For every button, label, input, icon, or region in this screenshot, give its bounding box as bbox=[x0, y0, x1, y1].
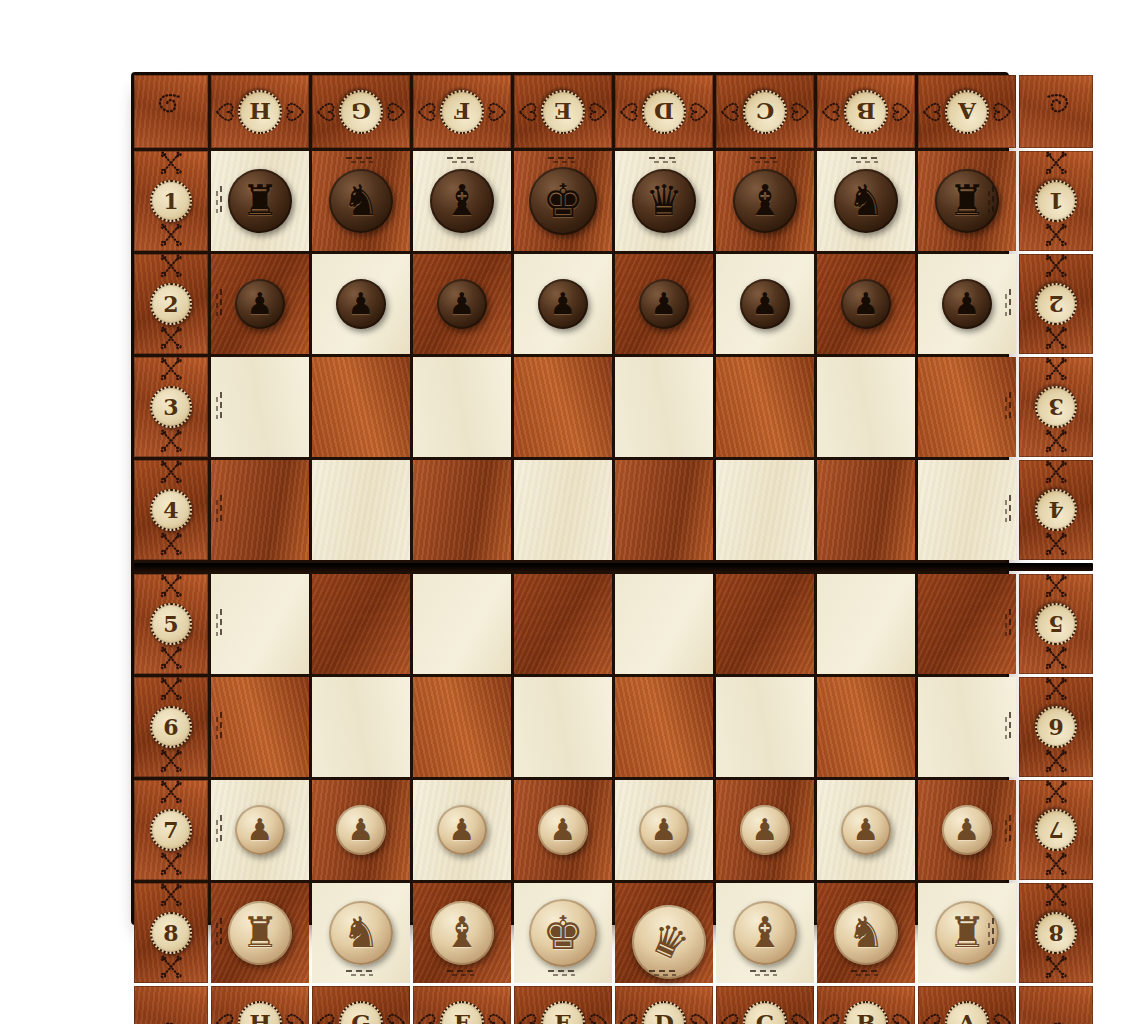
x-scroll-icon bbox=[1044, 460, 1068, 488]
x-scroll-motif bbox=[1044, 646, 1068, 670]
piece-dark-pawn[interactable]: ♟ bbox=[235, 279, 285, 329]
x-scroll-icon bbox=[159, 460, 183, 488]
x-scroll-motif bbox=[159, 460, 183, 484]
file-disc-top-f: F bbox=[440, 90, 484, 134]
x-scroll-motif bbox=[1044, 677, 1068, 701]
x-scroll-motif bbox=[159, 326, 183, 350]
heart-scroll-icon bbox=[413, 99, 439, 125]
heart-scroll-icon bbox=[889, 1010, 915, 1024]
file-disc-top-b: B bbox=[844, 90, 888, 134]
square-h3[interactable] bbox=[211, 357, 309, 457]
corner-curl-icon bbox=[1035, 1000, 1077, 1024]
piece-light-knight[interactable]: ♞ bbox=[834, 901, 898, 965]
rank-disc-left-1: 1 bbox=[150, 180, 192, 222]
square-e2[interactable]: ♟ bbox=[514, 254, 612, 354]
square-h1[interactable]: ♜ bbox=[211, 151, 309, 251]
square-b1[interactable]: ♞ bbox=[817, 151, 915, 251]
square-d1[interactable]: ♛ bbox=[615, 151, 713, 251]
x-scroll-motif bbox=[1044, 326, 1068, 350]
piece-dark-bishop[interactable]: ♝ bbox=[733, 169, 797, 233]
file-disc-bottom-b: B bbox=[844, 1001, 888, 1024]
square-b2[interactable]: ♟ bbox=[817, 254, 915, 354]
square-h8[interactable]: ♜ bbox=[211, 883, 309, 983]
board-hinge-seam bbox=[134, 563, 1093, 571]
rank-disc-left-8: 8 bbox=[150, 912, 192, 954]
square-c1[interactable]: ♝ bbox=[716, 151, 814, 251]
heart-scroll-motif bbox=[485, 99, 507, 125]
x-scroll-motif bbox=[1044, 955, 1068, 979]
piece-dark-queen[interactable]: ♛ bbox=[632, 169, 696, 233]
rank-label-right-4: 4 bbox=[1019, 460, 1093, 560]
heart-scroll-icon bbox=[716, 1010, 742, 1024]
rank-disc-left-5: 5 bbox=[150, 603, 192, 645]
piece-dark-pawn[interactable]: ♟ bbox=[538, 279, 588, 329]
piece-dark-knight[interactable]: ♞ bbox=[834, 169, 898, 233]
x-scroll-motif bbox=[1044, 780, 1068, 804]
rank-disc-right-4: 4 bbox=[1035, 489, 1077, 531]
heart-scroll-motif bbox=[417, 1010, 439, 1024]
file-label-bottom-c: C bbox=[716, 986, 814, 1024]
heart-scroll-motif bbox=[586, 1010, 608, 1024]
rank-label-right-8: 8 bbox=[1019, 883, 1093, 983]
x-scroll-icon bbox=[159, 749, 183, 777]
heart-scroll-icon bbox=[283, 1010, 309, 1024]
square-g2[interactable]: ♟ bbox=[312, 254, 410, 354]
heart-scroll-icon bbox=[990, 99, 1016, 125]
x-scroll-icon bbox=[1044, 357, 1068, 385]
x-scroll-motif bbox=[1044, 460, 1068, 484]
heart-scroll-icon bbox=[283, 99, 309, 125]
chess-board: HGFEDCBA1♜♞♝♚♛♝♞♜12♟♟♟♟♟♟♟♟2334455667♟♟♟… bbox=[131, 72, 1009, 925]
corner-top-right bbox=[1019, 75, 1093, 148]
x-scroll-icon bbox=[1044, 254, 1068, 282]
heart-scroll-icon bbox=[485, 1010, 511, 1024]
square-f7[interactable]: ♟ bbox=[413, 780, 511, 880]
square-e5[interactable] bbox=[514, 574, 612, 674]
heart-scroll-icon bbox=[615, 99, 641, 125]
file-label-bottom-a: A bbox=[918, 986, 1016, 1024]
heart-scroll-icon bbox=[615, 1010, 641, 1024]
corner-curl-motif bbox=[150, 1004, 192, 1024]
file-disc-top-d: D bbox=[642, 90, 686, 134]
file-disc-top-e: E bbox=[541, 90, 585, 134]
corner-curl-motif bbox=[1035, 1004, 1077, 1024]
x-scroll-motif bbox=[159, 151, 183, 175]
piece-dark-pawn[interactable]: ♟ bbox=[336, 279, 386, 329]
rank-label-left-5: 5 bbox=[134, 574, 208, 674]
square-e6[interactable] bbox=[514, 677, 612, 777]
x-scroll-icon bbox=[1044, 223, 1068, 251]
heart-scroll-icon bbox=[889, 99, 915, 125]
heart-scroll-motif bbox=[889, 99, 911, 125]
corner-bottom-left bbox=[134, 986, 208, 1024]
file-disc-bottom-f: F bbox=[440, 1001, 484, 1024]
piece-dark-knight[interactable]: ♞ bbox=[329, 169, 393, 233]
file-disc-bottom-g: G bbox=[339, 1001, 383, 1024]
heart-scroll-motif bbox=[788, 1010, 810, 1024]
x-scroll-motif bbox=[159, 574, 183, 598]
corner-curl-icon bbox=[150, 89, 192, 135]
x-scroll-motif bbox=[159, 780, 183, 804]
x-scroll-icon bbox=[1044, 780, 1068, 808]
rank-label-left-6: 6 bbox=[134, 677, 208, 777]
piece-dark-pawn[interactable]: ♟ bbox=[437, 279, 487, 329]
heart-scroll-motif bbox=[889, 1010, 911, 1024]
x-scroll-icon bbox=[159, 883, 183, 911]
x-scroll-icon bbox=[159, 151, 183, 179]
heart-scroll-motif bbox=[215, 1010, 237, 1024]
square-g8[interactable]: ♞ bbox=[312, 883, 410, 983]
rank-label-left-3: 3 bbox=[134, 357, 208, 457]
rank-disc-left-6: 6 bbox=[150, 706, 192, 748]
piece-dark-pawn[interactable]: ♟ bbox=[942, 279, 992, 329]
heart-scroll-icon bbox=[413, 1010, 439, 1024]
piece-light-knight[interactable]: ♞ bbox=[329, 901, 393, 965]
piece-light-rook[interactable]: ♜ bbox=[228, 901, 292, 965]
file-label-bottom-e: E bbox=[514, 986, 612, 1024]
square-a6[interactable] bbox=[918, 677, 1016, 777]
square-e1[interactable]: ♚ bbox=[514, 151, 612, 251]
heart-scroll-icon bbox=[211, 99, 237, 125]
x-scroll-icon bbox=[159, 326, 183, 354]
square-h5[interactable] bbox=[211, 574, 309, 674]
corner-curl-icon bbox=[150, 1000, 192, 1024]
x-scroll-icon bbox=[159, 357, 183, 385]
square-b3[interactable] bbox=[817, 357, 915, 457]
heart-scroll-icon bbox=[788, 99, 814, 125]
piece-light-bishop[interactable]: ♝ bbox=[430, 901, 494, 965]
heart-scroll-motif bbox=[821, 1010, 843, 1024]
rank-disc-right-3: 3 bbox=[1035, 386, 1077, 428]
square-c6[interactable] bbox=[716, 677, 814, 777]
x-scroll-icon bbox=[1044, 749, 1068, 777]
piece-light-king[interactable]: ♚ bbox=[529, 899, 597, 967]
heart-scroll-motif bbox=[384, 99, 406, 125]
heart-scroll-motif bbox=[720, 1010, 742, 1024]
heart-scroll-icon bbox=[716, 99, 742, 125]
piece-light-pawn[interactable]: ♟ bbox=[235, 805, 285, 855]
piece-dark-bishop[interactable]: ♝ bbox=[430, 169, 494, 233]
x-scroll-icon bbox=[1044, 574, 1068, 602]
rank-label-left-8: 8 bbox=[134, 883, 208, 983]
x-scroll-motif bbox=[159, 254, 183, 278]
square-d8[interactable]: ♛ bbox=[615, 883, 713, 983]
square-a2[interactable]: ♟ bbox=[918, 254, 1016, 354]
square-f6[interactable] bbox=[413, 677, 511, 777]
piece-dark-pawn[interactable]: ♟ bbox=[841, 279, 891, 329]
heart-scroll-motif bbox=[518, 99, 540, 125]
square-h6[interactable] bbox=[211, 677, 309, 777]
rank-disc-right-6: 6 bbox=[1035, 706, 1077, 748]
square-g4[interactable] bbox=[312, 460, 410, 560]
piece-light-pawn[interactable]: ♟ bbox=[538, 805, 588, 855]
corner-top-left bbox=[134, 75, 208, 148]
x-scroll-motif bbox=[159, 532, 183, 556]
heart-scroll-motif bbox=[215, 99, 237, 125]
rank-disc-left-2: 2 bbox=[150, 283, 192, 325]
corner-bottom-right bbox=[1019, 986, 1093, 1024]
x-scroll-motif bbox=[1044, 223, 1068, 247]
square-f5[interactable] bbox=[413, 574, 511, 674]
heart-scroll-icon bbox=[788, 1010, 814, 1024]
file-disc-top-c: C bbox=[743, 90, 787, 134]
x-scroll-icon bbox=[159, 955, 183, 983]
heart-scroll-motif bbox=[316, 99, 338, 125]
square-d4[interactable] bbox=[615, 460, 713, 560]
file-label-top-d: D bbox=[615, 75, 713, 148]
square-g7[interactable]: ♟ bbox=[312, 780, 410, 880]
heart-scroll-motif bbox=[922, 99, 944, 125]
file-label-top-h: H bbox=[211, 75, 309, 148]
heart-scroll-motif bbox=[922, 1010, 944, 1024]
x-scroll-motif bbox=[159, 852, 183, 876]
square-e7[interactable]: ♟ bbox=[514, 780, 612, 880]
x-scroll-icon bbox=[1044, 429, 1068, 457]
rank-disc-right-5: 5 bbox=[1035, 603, 1077, 645]
heart-scroll-motif bbox=[990, 1010, 1012, 1024]
heart-scroll-icon bbox=[918, 99, 944, 125]
heart-scroll-icon bbox=[918, 1010, 944, 1024]
file-label-top-e: E bbox=[514, 75, 612, 148]
heart-scroll-motif bbox=[687, 99, 709, 125]
rank-label-right-2: 2 bbox=[1019, 254, 1093, 354]
x-scroll-motif bbox=[1044, 532, 1068, 556]
square-f3[interactable] bbox=[413, 357, 511, 457]
square-c8[interactable]: ♝ bbox=[716, 883, 814, 983]
x-scroll-icon bbox=[159, 254, 183, 282]
square-c7[interactable]: ♟ bbox=[716, 780, 814, 880]
square-d6[interactable] bbox=[615, 677, 713, 777]
heart-scroll-icon bbox=[312, 99, 338, 125]
square-h2[interactable]: ♟ bbox=[211, 254, 309, 354]
heart-scroll-motif bbox=[990, 99, 1012, 125]
x-scroll-motif bbox=[1044, 574, 1068, 598]
square-a1[interactable]: ♜ bbox=[918, 151, 1016, 251]
rank-disc-left-7: 7 bbox=[150, 809, 192, 851]
file-label-top-c: C bbox=[716, 75, 814, 148]
heart-scroll-icon bbox=[687, 1010, 713, 1024]
rank-disc-right-8: 8 bbox=[1035, 912, 1077, 954]
rank-label-right-7: 7 bbox=[1019, 780, 1093, 880]
corner-curl-motif bbox=[1035, 89, 1077, 131]
x-scroll-motif bbox=[159, 749, 183, 773]
square-g6[interactable] bbox=[312, 677, 410, 777]
heart-scroll-motif bbox=[586, 99, 608, 125]
square-e4[interactable] bbox=[514, 460, 612, 560]
square-d3[interactable] bbox=[615, 357, 713, 457]
x-scroll-motif bbox=[1044, 852, 1068, 876]
square-a3[interactable] bbox=[918, 357, 1016, 457]
piece-light-pawn[interactable]: ♟ bbox=[942, 805, 992, 855]
piece-light-bishop[interactable]: ♝ bbox=[733, 901, 797, 965]
x-scroll-icon bbox=[159, 429, 183, 457]
file-disc-bottom-e: E bbox=[541, 1001, 585, 1024]
square-a8[interactable]: ♜ bbox=[918, 883, 1016, 983]
file-disc-bottom-c: C bbox=[743, 1001, 787, 1024]
x-scroll-motif bbox=[159, 955, 183, 979]
square-f8[interactable]: ♝ bbox=[413, 883, 511, 983]
x-scroll-motif bbox=[159, 677, 183, 701]
x-scroll-motif bbox=[1044, 429, 1068, 453]
heart-scroll-motif bbox=[283, 1010, 305, 1024]
x-scroll-icon bbox=[1044, 151, 1068, 179]
heart-scroll-icon bbox=[485, 99, 511, 125]
heart-scroll-icon bbox=[817, 1010, 843, 1024]
file-label-bottom-d: D bbox=[615, 986, 713, 1024]
x-scroll-motif bbox=[1044, 357, 1068, 381]
corner-curl-icon bbox=[1035, 89, 1077, 135]
piece-dark-pawn[interactable]: ♟ bbox=[639, 279, 689, 329]
heart-scroll-icon bbox=[990, 1010, 1016, 1024]
piece-light-pawn[interactable]: ♟ bbox=[437, 805, 487, 855]
square-h4[interactable] bbox=[211, 460, 309, 560]
x-scroll-icon bbox=[159, 677, 183, 705]
x-scroll-motif bbox=[1044, 883, 1068, 907]
square-b7[interactable]: ♟ bbox=[817, 780, 915, 880]
rank-disc-left-4: 4 bbox=[150, 489, 192, 531]
x-scroll-icon bbox=[159, 223, 183, 251]
piece-light-rook[interactable]: ♜ bbox=[935, 901, 999, 965]
x-scroll-icon bbox=[1044, 955, 1068, 983]
file-disc-top-a: A bbox=[945, 90, 989, 134]
heart-scroll-icon bbox=[514, 99, 540, 125]
file-label-top-f: F bbox=[413, 75, 511, 148]
square-b6[interactable] bbox=[817, 677, 915, 777]
file-label-bottom-h: H bbox=[211, 986, 309, 1024]
x-scroll-icon bbox=[159, 574, 183, 602]
corner-curl-motif bbox=[150, 89, 192, 131]
square-e3[interactable] bbox=[514, 357, 612, 457]
heart-scroll-icon bbox=[514, 1010, 540, 1024]
rank-label-right-6: 6 bbox=[1019, 677, 1093, 777]
heart-scroll-motif bbox=[720, 99, 742, 125]
x-scroll-icon bbox=[1044, 646, 1068, 674]
piece-dark-king[interactable]: ♚ bbox=[529, 167, 597, 235]
square-b8[interactable]: ♞ bbox=[817, 883, 915, 983]
x-scroll-motif bbox=[159, 357, 183, 381]
heart-scroll-motif bbox=[417, 99, 439, 125]
square-f1[interactable]: ♝ bbox=[413, 151, 511, 251]
piece-dark-rook[interactable]: ♜ bbox=[935, 169, 999, 233]
square-c4[interactable] bbox=[716, 460, 814, 560]
piece-light-pawn[interactable]: ♟ bbox=[740, 805, 790, 855]
heart-scroll-motif bbox=[619, 1010, 641, 1024]
rank-label-left-1: 1 bbox=[134, 151, 208, 251]
square-f4[interactable] bbox=[413, 460, 511, 560]
heart-scroll-motif bbox=[316, 1010, 338, 1024]
file-label-bottom-b: B bbox=[817, 986, 915, 1024]
heart-scroll-icon bbox=[687, 99, 713, 125]
heart-scroll-motif bbox=[821, 99, 843, 125]
x-scroll-icon bbox=[159, 852, 183, 880]
square-b4[interactable] bbox=[817, 460, 915, 560]
x-scroll-motif bbox=[159, 883, 183, 907]
piece-dark-rook[interactable]: ♜ bbox=[228, 169, 292, 233]
rank-label-right-5: 5 bbox=[1019, 574, 1093, 674]
heart-scroll-motif bbox=[619, 99, 641, 125]
heart-scroll-icon bbox=[586, 99, 612, 125]
rank-label-left-4: 4 bbox=[134, 460, 208, 560]
heart-scroll-motif bbox=[485, 1010, 507, 1024]
x-scroll-icon bbox=[159, 646, 183, 674]
square-f2[interactable]: ♟ bbox=[413, 254, 511, 354]
heart-scroll-motif bbox=[518, 1010, 540, 1024]
x-scroll-motif bbox=[159, 429, 183, 453]
file-label-top-a: A bbox=[918, 75, 1016, 148]
x-scroll-motif bbox=[159, 223, 183, 247]
file-label-top-g: G bbox=[312, 75, 410, 148]
x-scroll-icon bbox=[1044, 532, 1068, 560]
rank-label-left-2: 2 bbox=[134, 254, 208, 354]
rank-disc-right-7: 7 bbox=[1035, 809, 1077, 851]
heart-scroll-icon bbox=[312, 1010, 338, 1024]
x-scroll-icon bbox=[159, 532, 183, 560]
x-scroll-motif bbox=[1044, 749, 1068, 773]
square-c3[interactable] bbox=[716, 357, 814, 457]
piece-dark-pawn[interactable]: ♟ bbox=[740, 279, 790, 329]
piece-light-queen[interactable]: ♛ bbox=[620, 893, 718, 991]
square-c5[interactable] bbox=[716, 574, 814, 674]
heart-scroll-motif bbox=[687, 1010, 709, 1024]
file-disc-bottom-d: D bbox=[642, 1001, 686, 1024]
piece-light-pawn[interactable]: ♟ bbox=[841, 805, 891, 855]
file-label-top-b: B bbox=[817, 75, 915, 148]
heart-scroll-motif bbox=[384, 1010, 406, 1024]
square-h7[interactable]: ♟ bbox=[211, 780, 309, 880]
file-disc-top-h: H bbox=[238, 90, 282, 134]
file-disc-bottom-h: H bbox=[238, 1001, 282, 1024]
piece-light-pawn[interactable]: ♟ bbox=[639, 805, 689, 855]
x-scroll-motif bbox=[1044, 151, 1068, 175]
file-disc-bottom-a: A bbox=[945, 1001, 989, 1024]
square-b5[interactable] bbox=[817, 574, 915, 674]
piece-light-pawn[interactable]: ♟ bbox=[336, 805, 386, 855]
x-scroll-icon bbox=[1044, 852, 1068, 880]
heart-scroll-icon bbox=[211, 1010, 237, 1024]
x-scroll-icon bbox=[1044, 326, 1068, 354]
heart-scroll-icon bbox=[817, 99, 843, 125]
x-scroll-icon bbox=[1044, 677, 1068, 705]
heart-scroll-motif bbox=[283, 99, 305, 125]
square-a4[interactable] bbox=[918, 460, 1016, 560]
rank-label-left-7: 7 bbox=[134, 780, 208, 880]
square-e8[interactable]: ♚ bbox=[514, 883, 612, 983]
heart-scroll-motif bbox=[788, 99, 810, 125]
square-d2[interactable]: ♟ bbox=[615, 254, 713, 354]
square-g1[interactable]: ♞ bbox=[312, 151, 410, 251]
x-scroll-motif bbox=[1044, 254, 1068, 278]
x-scroll-motif bbox=[159, 646, 183, 670]
square-c2[interactable]: ♟ bbox=[716, 254, 814, 354]
rank-label-right-1: 1 bbox=[1019, 151, 1093, 251]
square-d7[interactable]: ♟ bbox=[615, 780, 713, 880]
x-scroll-icon bbox=[159, 780, 183, 808]
x-scroll-icon bbox=[1044, 883, 1068, 911]
file-label-bottom-g: G bbox=[312, 986, 410, 1024]
square-a7[interactable]: ♟ bbox=[918, 780, 1016, 880]
square-a5[interactable] bbox=[918, 574, 1016, 674]
heart-scroll-icon bbox=[384, 99, 410, 125]
square-g3[interactable] bbox=[312, 357, 410, 457]
rank-disc-right-1: 1 bbox=[1035, 180, 1077, 222]
heart-scroll-icon bbox=[586, 1010, 612, 1024]
rank-label-right-3: 3 bbox=[1019, 357, 1093, 457]
square-g5[interactable] bbox=[312, 574, 410, 674]
heart-scroll-icon bbox=[384, 1010, 410, 1024]
square-d5[interactable] bbox=[615, 574, 713, 674]
file-disc-top-g: G bbox=[339, 90, 383, 134]
rank-disc-right-2: 2 bbox=[1035, 283, 1077, 325]
